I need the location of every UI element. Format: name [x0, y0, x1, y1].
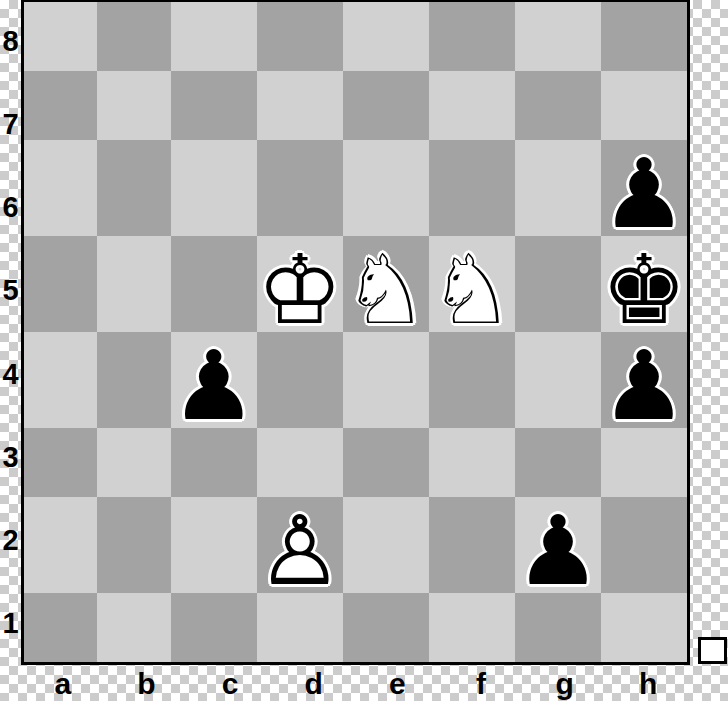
- square-b4[interactable]: [97, 332, 170, 428]
- square-h1[interactable]: [601, 593, 687, 662]
- square-a3[interactable]: [24, 428, 97, 497]
- square-e2[interactable]: [343, 497, 429, 593]
- square-f8[interactable]: [429, 2, 515, 71]
- square-f6[interactable]: [429, 140, 515, 236]
- square-c4[interactable]: ♟♟: [171, 332, 257, 428]
- square-c1[interactable]: [171, 593, 257, 662]
- square-g2[interactable]: ♟♟: [515, 497, 601, 593]
- file-labels: abcdefgh: [21, 665, 690, 701]
- rank-label-6: 6: [0, 166, 21, 249]
- square-e6[interactable]: [343, 140, 429, 236]
- square-c2[interactable]: [171, 497, 257, 593]
- file-label-d: d: [272, 665, 356, 701]
- square-g3[interactable]: [515, 428, 601, 497]
- square-b2[interactable]: [97, 497, 170, 593]
- square-h5[interactable]: ♚♚: [601, 236, 687, 332]
- square-d4[interactable]: [257, 332, 343, 428]
- square-f4[interactable]: [429, 332, 515, 428]
- square-b7[interactable]: [97, 71, 170, 140]
- file-label-c: c: [188, 665, 272, 701]
- white-knight-glyph: ♘: [343, 242, 429, 338]
- square-a6[interactable]: [24, 140, 97, 236]
- black-pawn[interactable]: ♟♟: [601, 146, 687, 242]
- white-king[interactable]: ♚♔: [257, 242, 343, 338]
- square-b5[interactable]: [97, 236, 170, 332]
- black-pawn[interactable]: ♟♟: [515, 503, 601, 599]
- white-knight-glyph: ♘: [429, 242, 515, 338]
- square-d3[interactable]: [257, 428, 343, 497]
- square-a5[interactable]: [24, 236, 97, 332]
- square-a4[interactable]: [24, 332, 97, 428]
- white-pawn[interactable]: ♟♙: [257, 503, 343, 599]
- white-king-glyph: ♔: [257, 242, 343, 338]
- square-f2[interactable]: [429, 497, 515, 593]
- square-h7[interactable]: [601, 71, 687, 140]
- square-f1[interactable]: [429, 593, 515, 662]
- black-pawn[interactable]: ♟♟: [171, 338, 257, 434]
- square-h8[interactable]: [601, 2, 687, 71]
- square-h4[interactable]: ♟♟: [601, 332, 687, 428]
- black-pawn-glyph: ♟: [171, 338, 257, 434]
- square-c7[interactable]: [171, 71, 257, 140]
- square-e8[interactable]: [343, 2, 429, 71]
- square-e1[interactable]: [343, 593, 429, 662]
- file-label-h: h: [606, 665, 690, 701]
- file-label-f: f: [439, 665, 523, 701]
- chess-board: ♟♟♚♔♞♘♞♘♚♚♟♟♟♟♟♙♟♟: [21, 0, 690, 665]
- square-c6[interactable]: [171, 140, 257, 236]
- square-d8[interactable]: [257, 2, 343, 71]
- square-f5[interactable]: ♞♘: [429, 236, 515, 332]
- square-g8[interactable]: [515, 2, 601, 71]
- square-b8[interactable]: [97, 2, 170, 71]
- square-a8[interactable]: [24, 2, 97, 71]
- square-g7[interactable]: [515, 71, 601, 140]
- square-g4[interactable]: [515, 332, 601, 428]
- rank-label-1: 1: [0, 582, 21, 665]
- rank-label-3: 3: [0, 416, 21, 499]
- black-pawn-glyph: ♟: [601, 146, 687, 242]
- square-a2[interactable]: [24, 497, 97, 593]
- white-knight[interactable]: ♞♘: [429, 242, 515, 338]
- file-label-g: g: [523, 665, 607, 701]
- black-king-glyph: ♚: [601, 242, 687, 338]
- square-b1[interactable]: [97, 593, 170, 662]
- square-f3[interactable]: [429, 428, 515, 497]
- square-g5[interactable]: [515, 236, 601, 332]
- black-pawn-glyph: ♟: [601, 338, 687, 434]
- square-h2[interactable]: [601, 497, 687, 593]
- square-b6[interactable]: [97, 140, 170, 236]
- square-e5[interactable]: ♞♘: [343, 236, 429, 332]
- rank-label-4: 4: [0, 333, 21, 416]
- square-c8[interactable]: [171, 2, 257, 71]
- file-label-e: e: [356, 665, 440, 701]
- black-pawn[interactable]: ♟♟: [601, 338, 687, 434]
- rank-label-8: 8: [0, 0, 21, 83]
- rank-label-2: 2: [0, 499, 21, 582]
- rank-label-5: 5: [0, 249, 21, 332]
- black-pawn-glyph: ♟: [515, 503, 601, 599]
- square-d7[interactable]: [257, 71, 343, 140]
- square-e3[interactable]: [343, 428, 429, 497]
- square-d6[interactable]: [257, 140, 343, 236]
- black-king[interactable]: ♚♚: [601, 242, 687, 338]
- white-pawn-glyph: ♙: [257, 503, 343, 599]
- square-a1[interactable]: [24, 593, 97, 662]
- square-c5[interactable]: [171, 236, 257, 332]
- square-b3[interactable]: [97, 428, 170, 497]
- square-e7[interactable]: [343, 71, 429, 140]
- square-e4[interactable]: [343, 332, 429, 428]
- square-f7[interactable]: [429, 71, 515, 140]
- file-label-b: b: [105, 665, 189, 701]
- square-d5[interactable]: ♚♔: [257, 236, 343, 332]
- square-a7[interactable]: [24, 71, 97, 140]
- rank-labels: 87654321: [0, 0, 21, 665]
- square-d2[interactable]: ♟♙: [257, 497, 343, 593]
- square-h6[interactable]: ♟♟: [601, 140, 687, 236]
- rank-label-7: 7: [0, 83, 21, 166]
- square-g6[interactable]: [515, 140, 601, 236]
- file-label-a: a: [21, 665, 105, 701]
- white-knight[interactable]: ♞♘: [343, 242, 429, 338]
- side-to-move-indicator: [698, 637, 727, 664]
